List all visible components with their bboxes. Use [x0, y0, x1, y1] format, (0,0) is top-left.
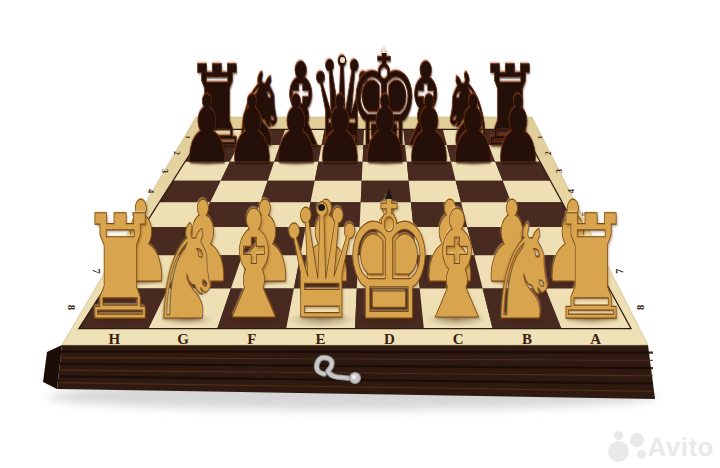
rank-label-right-7: 7	[614, 269, 625, 274]
square-d5	[360, 202, 414, 227]
avito-logo-icon	[607, 430, 647, 463]
file-label-g: G	[177, 331, 189, 347]
square-b2	[447, 145, 495, 162]
square-g2	[230, 145, 280, 162]
rank-label-right-1: 1	[536, 135, 543, 139]
square-f2	[274, 145, 321, 162]
square-d4	[361, 181, 411, 202]
rank-label-left-1: 1	[185, 136, 192, 140]
rank-label-left-6: 6	[112, 238, 123, 243]
square-b5	[461, 202, 521, 227]
square-e1	[322, 130, 364, 145]
file-label-f: F	[247, 331, 256, 347]
square-c7	[416, 255, 482, 288]
avito-watermark-text: Avito	[647, 434, 714, 460]
rank-label-right-2: 2	[544, 151, 553, 155]
logo-circle-large	[608, 441, 629, 462]
rank-label-right-6: 6	[595, 238, 606, 243]
square-f5	[252, 202, 311, 227]
square-f7	[231, 255, 300, 288]
square-e6	[300, 227, 359, 255]
square-b6	[467, 227, 532, 255]
square-d6	[358, 227, 416, 255]
square-f8	[218, 289, 294, 328]
square-e8	[286, 289, 357, 328]
square-c5	[411, 202, 467, 227]
square-e5	[306, 202, 361, 227]
square-c3	[407, 162, 456, 181]
file-label-a: A	[590, 331, 601, 347]
file-label-b: B	[522, 331, 532, 347]
rank-label-right-5: 5	[580, 211, 590, 216]
square-d1	[363, 130, 405, 145]
product-photo-canvas: HGFEDCBA1122334455667788 ♜♞♝♛♚♝♞♜♟♟♟♟♟♟♟…	[0, 0, 720, 468]
file-label-d: D	[384, 331, 395, 347]
square-e2	[318, 145, 363, 162]
rank-label-right-3: 3	[555, 169, 564, 173]
square-d3	[362, 162, 409, 181]
rank-label-left-5: 5	[130, 212, 140, 217]
rank-label-right-8: 8	[634, 305, 646, 310]
square-d8	[355, 289, 424, 328]
logo-circle-small	[614, 431, 623, 440]
square-f6	[242, 227, 305, 255]
square-d2	[363, 145, 407, 162]
file-label-c: C	[453, 331, 464, 347]
rank-label-left-4: 4	[146, 189, 156, 194]
rank-label-left-2: 2	[172, 151, 181, 155]
box-grain-stripe	[60, 351, 653, 352]
rank-label-left-3: 3	[160, 169, 169, 173]
square-c2	[405, 145, 451, 162]
avito-watermark: Avito	[607, 430, 714, 463]
square-c8	[420, 289, 493, 328]
square-g3	[221, 162, 275, 181]
square-c4	[409, 181, 461, 202]
rank-label-right-4: 4	[566, 188, 576, 193]
square-f1	[280, 130, 325, 145]
square-d7	[357, 255, 420, 288]
file-label-e: E	[316, 331, 326, 347]
square-b1	[443, 130, 489, 145]
square-b3	[451, 162, 503, 181]
rank-label-left-7: 7	[91, 269, 102, 274]
file-label-h: H	[109, 331, 121, 347]
rank-label-left-8: 8	[66, 305, 78, 310]
square-c1	[404, 130, 447, 145]
square-c6	[413, 227, 474, 255]
square-e4	[311, 181, 362, 202]
square-f4	[260, 181, 314, 202]
square-a1	[483, 130, 531, 145]
logo-circle-tiny	[637, 450, 646, 459]
square-f3	[268, 162, 319, 181]
square-e7	[294, 255, 358, 288]
square-e3	[315, 162, 363, 181]
logo-circle-medium	[630, 433, 644, 447]
square-g1	[238, 130, 285, 145]
chess-board: HGFEDCBA1122334455667788	[0, 0, 720, 468]
square-b4	[456, 181, 512, 202]
